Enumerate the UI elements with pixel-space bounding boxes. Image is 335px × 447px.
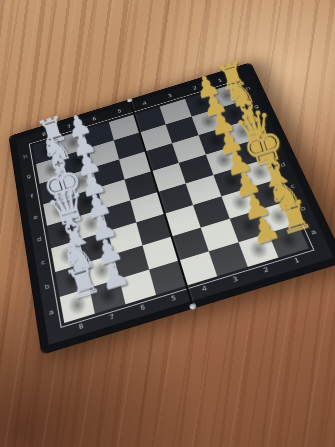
photo-scene: abcdefgh abcdefgh 87654321 87654321 ♜♞♝♛… [0, 0, 335, 447]
hinge-pin [127, 98, 133, 103]
chess-board: abcdefgh abcdefgh 87654321 87654321 ♜♞♝♛… [9, 63, 335, 354]
hinge-pin [189, 303, 197, 311]
board-position-wrapper: abcdefgh abcdefgh 87654321 87654321 ♜♞♝♛… [18, 52, 298, 332]
